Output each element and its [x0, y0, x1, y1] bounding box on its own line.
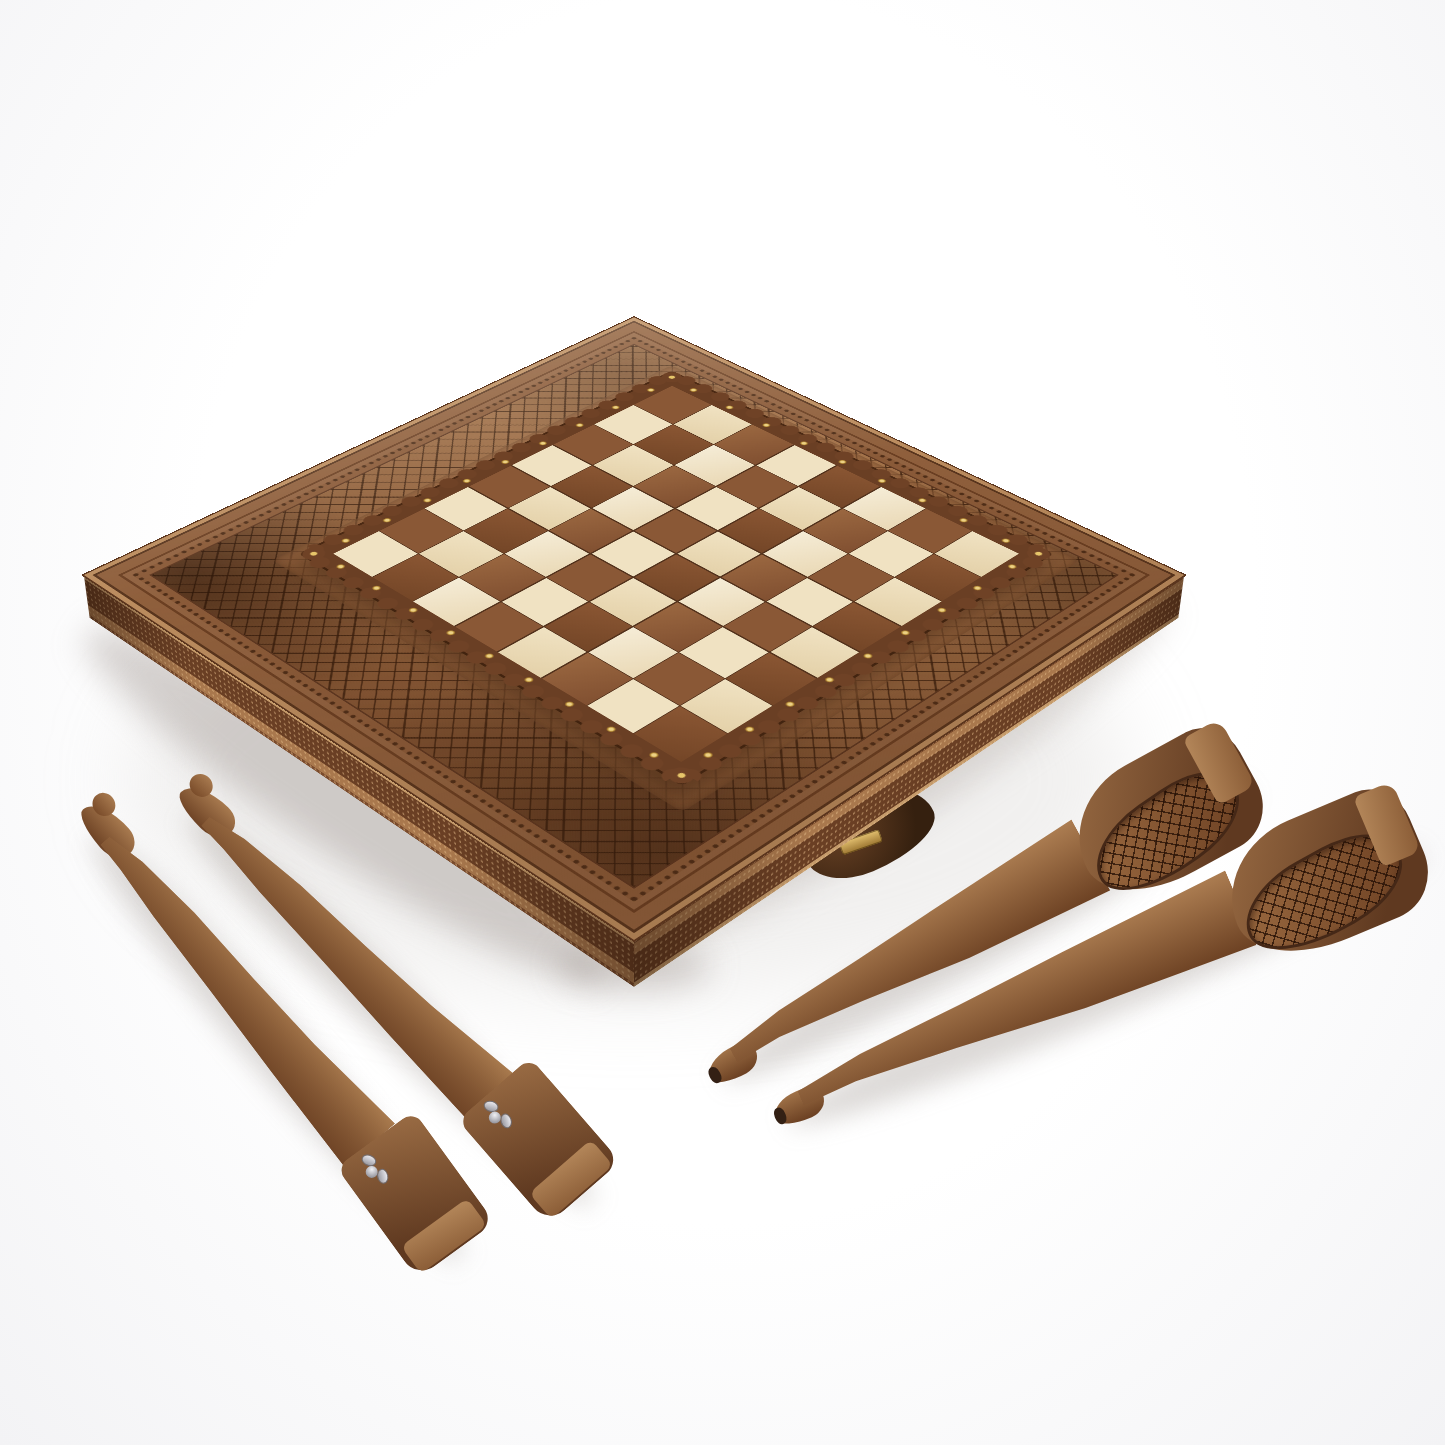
block-end-face — [529, 1140, 613, 1219]
block-end-face — [401, 1198, 487, 1274]
wing-nut-hub — [486, 1109, 503, 1126]
product-photo-stage — [0, 0, 1445, 1445]
